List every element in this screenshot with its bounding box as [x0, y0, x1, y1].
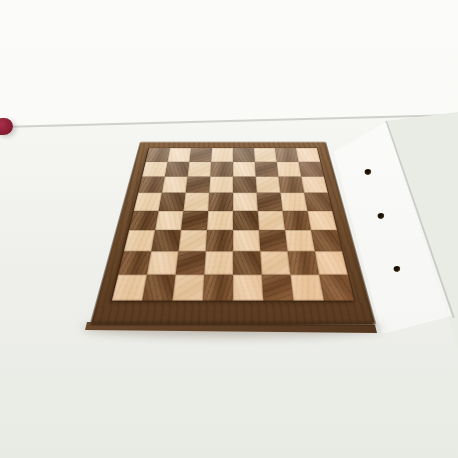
square-a2[interactable]: [118, 251, 151, 274]
square-a4[interactable]: [129, 211, 158, 230]
square-b5[interactable]: [158, 193, 185, 211]
square-e8[interactable]: [233, 148, 255, 162]
square-h6[interactable]: [301, 177, 328, 193]
square-a6[interactable]: [138, 177, 165, 193]
square-g4[interactable]: [282, 211, 310, 230]
square-d4[interactable]: [207, 211, 233, 230]
square-b6[interactable]: [161, 177, 187, 193]
screw-hole-1: [365, 169, 372, 175]
square-a5[interactable]: [133, 193, 161, 211]
square-d6[interactable]: [209, 177, 233, 193]
square-c2[interactable]: [175, 251, 205, 274]
screw-hole-3: [394, 266, 401, 272]
square-c4[interactable]: [181, 211, 208, 230]
square-c5[interactable]: [183, 193, 209, 211]
square-f4[interactable]: [257, 211, 284, 230]
square-e3[interactable]: [233, 230, 260, 251]
square-d1[interactable]: [202, 275, 232, 301]
square-h4[interactable]: [307, 211, 336, 230]
square-g7[interactable]: [276, 162, 301, 177]
square-g8[interactable]: [274, 148, 297, 162]
square-f7[interactable]: [254, 162, 278, 177]
square-a7[interactable]: [142, 162, 167, 177]
board-grid: [111, 148, 353, 300]
square-g6[interactable]: [278, 177, 304, 193]
square-c1[interactable]: [172, 275, 204, 301]
square-h5[interactable]: [304, 193, 332, 211]
screw-hole-2: [378, 213, 385, 219]
square-c3[interactable]: [178, 230, 207, 251]
square-g1[interactable]: [290, 275, 323, 301]
square-b3[interactable]: [151, 230, 181, 251]
photo-scene: [0, 0, 458, 458]
chess-board-frame: [90, 142, 374, 324]
square-d8[interactable]: [211, 148, 233, 162]
square-g2[interactable]: [287, 251, 319, 274]
square-f1[interactable]: [261, 275, 293, 301]
square-g5[interactable]: [280, 193, 307, 211]
square-d7[interactable]: [210, 162, 233, 177]
square-d3[interactable]: [205, 230, 232, 251]
square-e7[interactable]: [233, 162, 256, 177]
square-d5[interactable]: [208, 193, 233, 211]
square-f2[interactable]: [260, 251, 290, 274]
square-h8[interactable]: [295, 148, 319, 162]
square-f6[interactable]: [255, 177, 280, 193]
square-f8[interactable]: [253, 148, 276, 162]
square-g3[interactable]: [284, 230, 314, 251]
square-h2[interactable]: [314, 251, 347, 274]
square-f5[interactable]: [256, 193, 282, 211]
square-a8[interactable]: [145, 148, 169, 162]
square-b7[interactable]: [164, 162, 189, 177]
square-e4[interactable]: [233, 211, 259, 230]
square-c7[interactable]: [187, 162, 211, 177]
square-b2[interactable]: [146, 251, 178, 274]
square-e1[interactable]: [233, 275, 263, 301]
square-h1[interactable]: [319, 275, 354, 301]
square-e2[interactable]: [233, 251, 262, 274]
square-e6[interactable]: [233, 177, 257, 193]
square-h7[interactable]: [298, 162, 323, 177]
square-h3[interactable]: [310, 230, 341, 251]
square-c8[interactable]: [189, 148, 212, 162]
square-c6[interactable]: [185, 177, 210, 193]
square-f3[interactable]: [258, 230, 287, 251]
square-a3[interactable]: [123, 230, 154, 251]
square-b8[interactable]: [167, 148, 190, 162]
square-b1[interactable]: [142, 275, 175, 301]
square-b4[interactable]: [155, 211, 183, 230]
square-e5[interactable]: [233, 193, 258, 211]
square-d2[interactable]: [204, 251, 233, 274]
square-a1[interactable]: [111, 275, 146, 301]
